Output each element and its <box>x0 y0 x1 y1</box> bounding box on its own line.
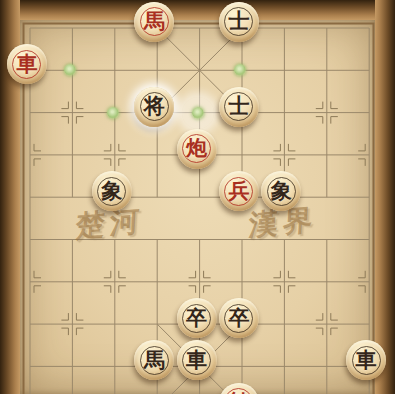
highlighted-move-hint[interactable] <box>182 97 214 129</box>
piece-black-chariot-2[interactable]: 車 <box>346 340 386 380</box>
piece-black-elephant-2[interactable]: 象 <box>261 171 301 211</box>
piece-character: 馬 <box>144 11 165 32</box>
piece-character: 車 <box>186 350 207 371</box>
piece-red-cannon[interactable]: 炮 <box>177 129 217 169</box>
piece-character: 炮 <box>186 138 207 159</box>
move-hint-dot <box>192 107 204 119</box>
piece-character: 象 <box>271 181 292 202</box>
piece-black-soldier-2[interactable]: 卒 <box>219 298 259 338</box>
piece-character: 将 <box>144 96 165 117</box>
piece-character: 士 <box>228 11 249 32</box>
move-hint-dot[interactable] <box>234 64 246 76</box>
piece-character: 馬 <box>144 350 165 371</box>
piece-character: 兵 <box>228 181 249 202</box>
piece-black-general[interactable]: 将 <box>134 87 174 127</box>
piece-black-advisor-2[interactable]: 士 <box>219 87 259 127</box>
piece-character: 卒 <box>228 308 249 329</box>
piece-red-chariot[interactable]: 車 <box>7 44 47 84</box>
piece-character: 車 <box>356 350 377 371</box>
piece-black-elephant[interactable]: 象 <box>92 171 132 211</box>
piece-red-general[interactable]: 帥 <box>219 383 259 394</box>
piece-character: 士 <box>228 96 249 117</box>
xiangqi-app: 楚河 漢界 馬士車将士炮象兵象卒卒馬車車帥 <box>0 0 395 394</box>
piece-black-advisor[interactable]: 士 <box>219 2 259 42</box>
piece-black-horse[interactable]: 馬 <box>134 340 174 380</box>
piece-black-chariot[interactable]: 車 <box>177 340 217 380</box>
move-hint-dot[interactable] <box>64 64 76 76</box>
piece-red-soldier[interactable]: 兵 <box>219 171 259 211</box>
piece-red-horse[interactable]: 馬 <box>134 2 174 42</box>
piece-character: 卒 <box>186 308 207 329</box>
board-grid[interactable]: 馬士車将士炮象兵象卒卒馬車車帥 <box>9 7 391 394</box>
piece-character: 象 <box>101 181 122 202</box>
piece-black-soldier[interactable]: 卒 <box>177 298 217 338</box>
piece-character: 車 <box>16 54 37 75</box>
move-hint-dot[interactable] <box>107 107 119 119</box>
